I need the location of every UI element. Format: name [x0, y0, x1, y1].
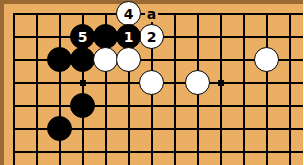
- stone-white: [93, 47, 118, 72]
- stone-white: [185, 70, 210, 95]
- stone-black: [70, 93, 95, 118]
- hoshi-point: [80, 80, 86, 86]
- stone-black: [47, 47, 72, 72]
- board-edge-left: [0, 0, 4, 165]
- stone-black-1: 1: [116, 24, 141, 49]
- stone-white: [254, 47, 279, 72]
- go-board: 4251a: [0, 0, 303, 165]
- point-label-a: a: [145, 6, 158, 22]
- stone-black: [70, 47, 95, 72]
- hoshi-point: [218, 80, 224, 86]
- grid-hline: [13, 151, 304, 153]
- stone-black: [93, 24, 118, 49]
- stone-white: [139, 70, 164, 95]
- stone-white: [116, 47, 141, 72]
- stone-black-5: 5: [70, 24, 95, 49]
- grid-hline: [13, 105, 304, 107]
- board-edge-top: [0, 0, 303, 4]
- stone-white-2: 2: [139, 24, 164, 49]
- stone-black: [47, 116, 72, 141]
- stone-white-4: 4: [116, 1, 141, 26]
